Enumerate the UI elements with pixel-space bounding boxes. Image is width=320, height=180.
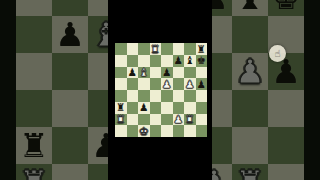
piece-white-rook[interactable]: ♜ bbox=[150, 43, 162, 55]
piece-white-rook[interactable]: ♜ bbox=[115, 114, 127, 126]
piece-black-pawn[interactable]: ♟ bbox=[138, 102, 150, 114]
square-h2[interactable] bbox=[196, 114, 208, 126]
square-b5[interactable] bbox=[127, 78, 139, 90]
square-h3[interactable] bbox=[196, 102, 208, 114]
square-d5[interactable] bbox=[150, 78, 162, 90]
square-c1[interactable]: ♚ bbox=[138, 125, 150, 137]
square-b2[interactable] bbox=[127, 114, 139, 126]
like-hand-glyph: ☝ bbox=[274, 49, 280, 59]
square-e5[interactable]: ♟ bbox=[161, 78, 173, 90]
square-f2[interactable]: ♟ bbox=[173, 114, 185, 126]
square-a5[interactable] bbox=[115, 78, 127, 90]
square-f7[interactable]: ♟ bbox=[173, 55, 185, 67]
square-e3[interactable] bbox=[161, 102, 173, 114]
piece-black-pawn[interactable]: ♟ bbox=[161, 67, 173, 79]
square-f6[interactable] bbox=[173, 67, 185, 79]
main-chessboard[interactable]: ♜♜♟♝♚♟♝♟♟♟♟♜♟♜♟♜♚ bbox=[115, 43, 207, 137]
square-c4[interactable] bbox=[138, 90, 150, 102]
square-g1[interactable] bbox=[184, 125, 196, 137]
square-c6[interactable]: ♝ bbox=[138, 67, 150, 79]
piece-black-king[interactable]: ♚ bbox=[196, 55, 208, 67]
square-f1[interactable] bbox=[173, 125, 185, 137]
square-a2[interactable]: ♜ bbox=[115, 114, 127, 126]
piece-black-bishop[interactable]: ♝ bbox=[184, 55, 196, 67]
piece-black-rook[interactable]: ♜ bbox=[196, 43, 208, 55]
square-h7[interactable]: ♚ bbox=[196, 55, 208, 67]
square-g5[interactable]: ♟ bbox=[184, 78, 196, 90]
piece-white-rook[interactable]: ♜ bbox=[184, 114, 196, 126]
square-a8[interactable] bbox=[115, 43, 127, 55]
square-d8[interactable]: ♜ bbox=[150, 43, 162, 55]
piece-white-king[interactable]: ♚ bbox=[138, 125, 150, 137]
piece-black-pawn[interactable]: ♟ bbox=[173, 55, 185, 67]
square-d3[interactable] bbox=[150, 102, 162, 114]
square-h8[interactable]: ♜ bbox=[196, 43, 208, 55]
square-b7[interactable] bbox=[127, 55, 139, 67]
square-c7[interactable] bbox=[138, 55, 150, 67]
square-a3[interactable]: ♜ bbox=[115, 102, 127, 114]
square-b8[interactable] bbox=[127, 43, 139, 55]
square-b6[interactable]: ♟ bbox=[127, 67, 139, 79]
piece-white-bishop[interactable]: ♝ bbox=[138, 67, 150, 79]
square-f3[interactable] bbox=[173, 102, 185, 114]
piece-white-pawn[interactable]: ♟ bbox=[161, 78, 173, 90]
square-f5[interactable] bbox=[173, 78, 185, 90]
square-e6[interactable]: ♟ bbox=[161, 67, 173, 79]
square-g4[interactable] bbox=[184, 90, 196, 102]
square-e8[interactable] bbox=[161, 43, 173, 55]
square-e2[interactable] bbox=[161, 114, 173, 126]
square-a6[interactable] bbox=[115, 67, 127, 79]
like-icon: ☝ bbox=[269, 45, 286, 62]
square-c8[interactable] bbox=[138, 43, 150, 55]
piece-black-pawn[interactable]: ♟ bbox=[196, 78, 208, 90]
square-d1[interactable] bbox=[150, 125, 162, 137]
square-b4[interactable] bbox=[127, 90, 139, 102]
square-h1[interactable] bbox=[196, 125, 208, 137]
square-e7[interactable] bbox=[161, 55, 173, 67]
square-d4[interactable] bbox=[150, 90, 162, 102]
piece-black-pawn[interactable]: ♟ bbox=[127, 67, 139, 79]
square-f8[interactable] bbox=[173, 43, 185, 55]
square-d7[interactable] bbox=[150, 55, 162, 67]
piece-white-pawn[interactable]: ♟ bbox=[184, 78, 196, 90]
square-b1[interactable] bbox=[127, 125, 139, 137]
square-f4[interactable] bbox=[173, 90, 185, 102]
square-h5[interactable]: ♟ bbox=[196, 78, 208, 90]
square-h4[interactable] bbox=[196, 90, 208, 102]
video-column: ♜♜♟♝♚♟♝♟♟♟♟♜♟♜♟♜♚ bbox=[108, 0, 212, 180]
piece-black-rook[interactable]: ♜ bbox=[115, 102, 127, 114]
square-c2[interactable] bbox=[138, 114, 150, 126]
square-a1[interactable] bbox=[115, 125, 127, 137]
square-c5[interactable] bbox=[138, 78, 150, 90]
square-g6[interactable] bbox=[184, 67, 196, 79]
shorts-video-frame: ♜♜♟♝♚♟♝♟♟♟♟♜♟♜♟♜♚ ☝ ♜♜♟♝♚♟♝♟♟♟♟♜♟♜♟♜♚ bbox=[0, 0, 320, 180]
square-g8[interactable] bbox=[184, 43, 196, 55]
square-g2[interactable]: ♜ bbox=[184, 114, 196, 126]
square-h6[interactable] bbox=[196, 67, 208, 79]
square-d6[interactable] bbox=[150, 67, 162, 79]
square-d2[interactable] bbox=[150, 114, 162, 126]
square-g3[interactable] bbox=[184, 102, 196, 114]
square-e1[interactable] bbox=[161, 125, 173, 137]
square-g7[interactable]: ♝ bbox=[184, 55, 196, 67]
square-b3[interactable] bbox=[127, 102, 139, 114]
square-c3[interactable]: ♟ bbox=[138, 102, 150, 114]
piece-white-pawn[interactable]: ♟ bbox=[173, 114, 185, 126]
square-e4[interactable] bbox=[161, 90, 173, 102]
square-a7[interactable] bbox=[115, 55, 127, 67]
square-a4[interactable] bbox=[115, 90, 127, 102]
